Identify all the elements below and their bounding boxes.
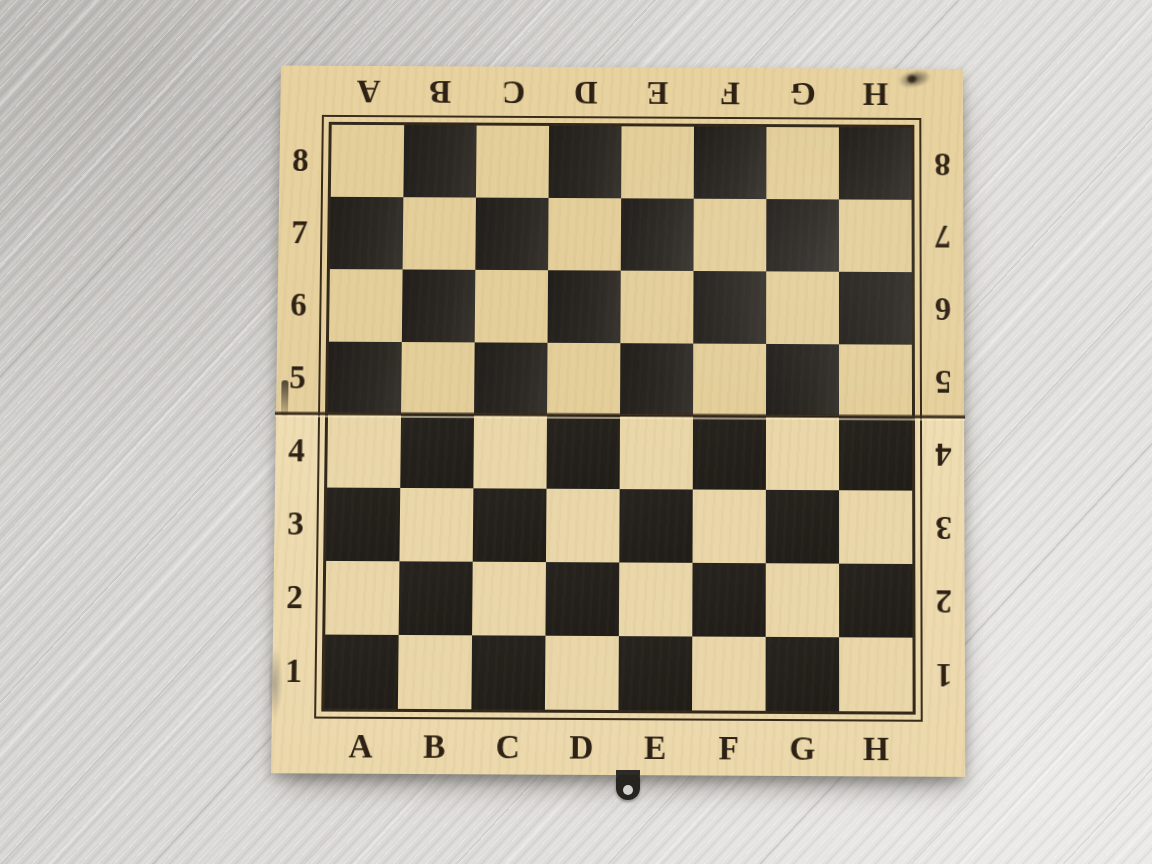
square-b6 [402,269,476,342]
label-text: B [430,75,452,108]
square-d4 [546,416,620,489]
edge-wear [269,646,283,719]
square-a1 [324,635,398,709]
square-d7 [548,198,621,271]
square-a5 [328,342,402,415]
square-c3 [473,488,547,562]
square-a7 [330,197,404,270]
rank-label-right-3: 3 [922,491,964,565]
rank-label-right-7: 7 [921,200,963,273]
label-text: D [574,75,598,108]
label-text: 6 [290,289,307,322]
file-label-bottom-e: E [618,720,692,775]
label-text: 8 [934,148,950,181]
photo-scene: ABCDEFGH 87654321 87654321 ABCDEFGH [0,0,1152,864]
square-g6 [766,271,839,344]
square-h6 [839,272,912,345]
square-a6 [329,269,403,342]
square-f4 [693,416,766,489]
square-d8 [549,126,622,198]
rank-label-left-7: 7 [278,197,321,270]
square-e7 [621,198,694,271]
file-label-bottom-d: D [544,720,618,775]
rank-label-right-2: 2 [922,564,964,638]
label-text: H [863,732,889,766]
label-text: 3 [287,507,304,540]
label-text: F [718,731,738,765]
square-g5 [766,344,839,417]
square-b1 [398,635,472,709]
square-b8 [403,125,476,197]
square-d2 [545,562,619,636]
square-h1 [839,637,913,711]
square-g4 [766,417,839,490]
label-text: C [496,730,520,764]
file-label-top-g: G [766,68,838,118]
file-labels-bottom: ABCDEFGH [313,719,922,777]
square-c8 [476,126,549,198]
square-b7 [403,197,476,270]
square-h8 [839,127,912,199]
square-b2 [399,561,473,635]
square-g2 [766,563,839,637]
label-text: H [862,77,888,110]
label-text: B [423,730,446,764]
rank-label-right-1: 1 [923,638,965,712]
label-text: 7 [291,216,308,249]
square-h4 [839,417,912,490]
rank-label-left-8: 8 [279,125,322,197]
file-label-bottom-h: H [839,721,913,776]
square-c4 [473,415,547,488]
label-text: D [569,731,593,765]
clasp-hole [623,785,633,795]
square-a2 [325,561,399,635]
square-g1 [766,637,840,711]
square-f2 [692,563,766,637]
square-c2 [472,562,546,636]
file-label-top-c: C [477,67,550,117]
square-g8 [766,127,839,199]
label-text: 1 [935,658,952,692]
rank-label-right-4: 4 [922,418,964,491]
square-a3 [326,488,400,562]
file-label-top-f: F [694,68,767,118]
square-f5 [693,344,766,417]
chess-board: ABCDEFGH 87654321 87654321 ABCDEFGH [271,66,965,777]
clasp-latch [612,770,644,801]
square-b3 [399,488,473,562]
label-text: E [647,76,669,109]
square-d3 [546,489,620,563]
rank-label-left-3: 3 [274,487,317,561]
rank-label-right-6: 6 [922,272,964,345]
square-d1 [545,636,619,710]
square-e4 [620,416,693,489]
label-text: 1 [285,655,302,688]
rank-label-right-5: 5 [922,345,964,418]
square-h7 [839,199,912,272]
square-f8 [694,127,767,199]
file-label-top-e: E [622,67,695,117]
square-e3 [619,489,693,563]
label-text: 4 [288,434,305,467]
square-a8 [331,125,404,197]
square-h3 [839,490,912,564]
square-b4 [400,415,474,488]
label-text: F [720,76,740,109]
square-c5 [474,342,548,415]
square-a4 [327,414,401,487]
square-f1 [692,637,766,711]
square-g3 [766,490,839,564]
file-label-bottom-b: B [397,719,471,774]
label-text: 5 [935,365,952,398]
file-labels-top: ABCDEFGH [322,66,921,118]
label-text: 7 [934,220,951,253]
square-h5 [839,344,912,417]
label-text: 2 [935,584,952,617]
edge-mark [281,380,288,416]
square-g7 [766,199,839,272]
label-text: 5 [289,361,306,394]
file-label-bottom-f: F [692,721,766,776]
rank-label-left-4: 4 [275,414,318,487]
label-text: 2 [286,581,303,614]
file-label-top-a: A [332,66,405,116]
file-label-top-d: D [549,67,622,117]
label-text: 6 [934,292,951,325]
square-e5 [620,343,693,416]
square-h2 [839,564,912,638]
label-text: E [644,731,666,765]
rank-label-right-8: 8 [921,128,963,200]
label-text: 3 [935,511,952,544]
square-b5 [401,342,475,415]
square-e8 [621,126,694,198]
label-text: 8 [292,144,309,177]
square-e1 [618,636,692,710]
square-c6 [475,270,548,343]
rank-label-left-2: 2 [273,561,316,635]
label-text: A [348,729,372,763]
file-label-top-b: B [404,66,477,116]
file-label-bottom-c: C [471,719,545,774]
label-text: C [501,75,525,108]
square-c7 [475,198,548,271]
file-label-bottom-a: A [323,719,397,774]
square-d6 [548,270,621,343]
file-label-bottom-g: G [765,721,839,776]
rank-label-left-6: 6 [277,269,320,342]
square-d5 [547,343,620,416]
label-text: 4 [935,438,952,471]
label-text: A [356,74,380,107]
label-text: G [789,732,815,766]
square-f6 [693,271,766,344]
square-f3 [693,489,766,563]
square-c1 [471,635,545,709]
square-f7 [693,199,766,272]
square-e6 [620,271,693,344]
label-text: G [790,77,815,110]
square-e2 [619,562,693,636]
